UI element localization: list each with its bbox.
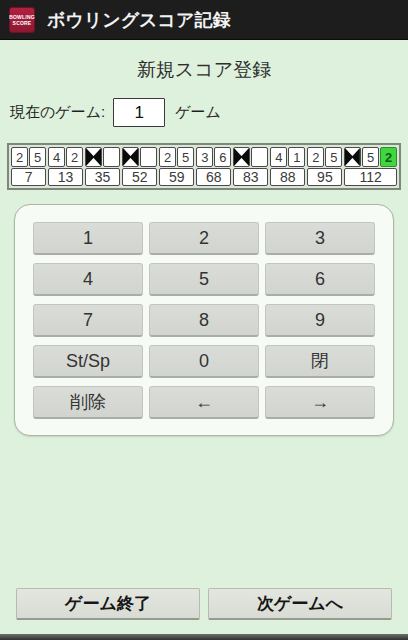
strike-icon: [123, 148, 138, 166]
frame-2-balls: 42: [48, 147, 83, 167]
app-icon-text-2: SCORE: [13, 20, 32, 26]
frame-5: 2559: [159, 147, 194, 186]
frame-10-ball-2: 5: [362, 147, 379, 167]
frame-10-ball-3-active: 2: [380, 147, 397, 167]
app-title: ボウリングスコア記録: [47, 8, 230, 32]
frame-8: 4188: [270, 147, 305, 186]
frame-3-total: 35: [85, 168, 120, 186]
frame-5-ball-2: 5: [177, 147, 194, 167]
frame-1: 257: [11, 147, 46, 186]
frame-6-total: 68: [196, 168, 231, 186]
frame-9-balls: 25: [307, 147, 342, 167]
frame-9-ball-1: 2: [307, 147, 324, 167]
frame-3-ball-1-strike: [85, 147, 102, 167]
frame-6-balls: 36: [196, 147, 231, 167]
footer: ゲーム終了 次ゲームへ: [0, 588, 408, 620]
current-game-input[interactable]: [113, 98, 165, 127]
frame-7-ball-1-strike: [233, 147, 250, 167]
frame-10-total: 112: [344, 168, 397, 186]
current-game-unit: ゲーム: [175, 103, 221, 122]
key-7[interactable]: 7: [33, 304, 143, 337]
strike-icon: [345, 148, 360, 166]
key-9[interactable]: 9: [265, 304, 375, 337]
bottom-strip: [0, 634, 408, 640]
frame-1-balls: 25: [11, 147, 46, 167]
page-title: 新規スコア登録: [0, 57, 408, 83]
app-icon: BOWLING SCORE: [9, 7, 35, 33]
frame-4-total: 52: [122, 168, 157, 186]
frame-3: 35: [85, 147, 120, 186]
frame-3-balls: [85, 147, 120, 167]
frame-4-ball-2: [140, 147, 157, 167]
key-delete[interactable]: 削除: [33, 386, 143, 419]
frame-7: 83: [233, 147, 268, 186]
frame-4-ball-1-strike: [122, 147, 139, 167]
key-left-arrow[interactable]: ←: [149, 386, 259, 419]
key-4[interactable]: 4: [33, 263, 143, 296]
frame-2-total: 13: [48, 168, 83, 186]
next-game-button[interactable]: 次ゲームへ: [208, 588, 392, 620]
frame-9-total: 95: [307, 168, 342, 186]
key-6[interactable]: 6: [265, 263, 375, 296]
current-game-row: 現在のゲーム: ゲーム: [0, 98, 408, 127]
frame-1-total: 7: [11, 168, 46, 186]
frame-5-balls: 25: [159, 147, 194, 167]
frame-9-ball-2: 5: [325, 147, 342, 167]
frame-5-total: 59: [159, 168, 194, 186]
frame-2-ball-1: 4: [48, 147, 65, 167]
strike-icon: [86, 148, 101, 166]
frame-8-ball-2: 1: [288, 147, 305, 167]
action-bar: BOWLING SCORE ボウリングスコア記録: [0, 0, 408, 40]
key-st-sp[interactable]: St/Sp: [33, 345, 143, 378]
score-grid: 2574213355225593668834188259552112: [7, 143, 401, 190]
key-2[interactable]: 2: [149, 222, 259, 255]
frame-6: 3668: [196, 147, 231, 186]
frame-6-ball-1: 3: [196, 147, 213, 167]
frame-8-total: 88: [270, 168, 305, 186]
frame-8-balls: 41: [270, 147, 305, 167]
current-game-label: 現在のゲーム:: [10, 103, 105, 122]
frame-7-balls: [233, 147, 268, 167]
key-close[interactable]: 閉: [265, 345, 375, 378]
frame-3-ball-2: [103, 147, 120, 167]
frame-1-ball-1: 2: [11, 147, 28, 167]
key-5[interactable]: 5: [149, 263, 259, 296]
key-3[interactable]: 3: [265, 222, 375, 255]
frame-10-balls: 52: [344, 147, 397, 167]
key-right-arrow[interactable]: →: [265, 386, 375, 419]
frame-6-ball-2: 6: [214, 147, 231, 167]
frame-4-balls: [122, 147, 157, 167]
frame-2: 4213: [48, 147, 83, 186]
frame-2-ball-2: 2: [66, 147, 83, 167]
key-1[interactable]: 1: [33, 222, 143, 255]
frame-10-ball-1-strike: [344, 147, 361, 167]
frame-7-ball-2: [251, 147, 268, 167]
frame-7-total: 83: [233, 168, 268, 186]
frame-1-ball-2: 5: [29, 147, 46, 167]
keypad-panel: 123456789St/Sp0閉削除←→: [14, 204, 394, 436]
key-8[interactable]: 8: [149, 304, 259, 337]
strike-icon: [234, 148, 249, 166]
frame-5-ball-1: 2: [159, 147, 176, 167]
frame-8-ball-1: 4: [270, 147, 287, 167]
frame-4: 52: [122, 147, 157, 186]
frame-9: 2595: [307, 147, 342, 186]
key-0[interactable]: 0: [149, 345, 259, 378]
frame-10: 52112: [344, 147, 397, 186]
game-end-button[interactable]: ゲーム終了: [16, 588, 200, 620]
